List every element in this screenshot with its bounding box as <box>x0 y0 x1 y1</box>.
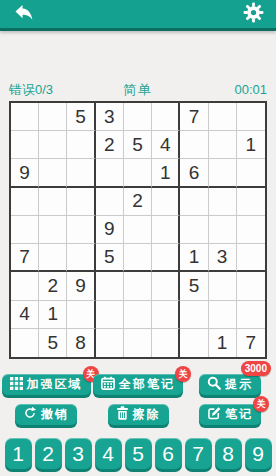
cell-r3c3[interactable] <box>67 159 95 187</box>
cell-r2c1[interactable] <box>11 131 39 159</box>
cell-r5c6[interactable] <box>152 216 180 244</box>
cell-r1c1[interactable] <box>11 103 39 131</box>
back-button[interactable] <box>11 2 35 26</box>
cell-r6c2[interactable] <box>39 244 67 272</box>
cell-r7c6[interactable] <box>152 272 180 300</box>
cell-r3c7[interactable]: 6 <box>180 159 208 187</box>
timer: 00:01 <box>153 82 267 97</box>
cell-r9c3[interactable]: 8 <box>67 329 95 357</box>
cell-r4c3[interactable] <box>67 188 95 216</box>
cell-r9c9[interactable]: 7 <box>237 329 265 357</box>
cell-r1c9[interactable] <box>237 103 265 131</box>
cell-r6c9[interactable] <box>237 244 265 272</box>
cell-r9c1[interactable] <box>11 329 39 357</box>
cell-r5c7[interactable] <box>180 216 208 244</box>
cell-r6c6[interactable] <box>152 244 180 272</box>
trash-icon <box>116 406 129 423</box>
digit-button-9[interactable]: 9 <box>245 438 272 469</box>
cell-r7c4[interactable] <box>96 272 124 300</box>
cell-r6c3[interactable] <box>67 244 95 272</box>
cell-r2c6[interactable]: 4 <box>152 131 180 159</box>
cell-r7c2[interactable]: 2 <box>39 272 67 300</box>
undo-button[interactable]: 撤销 <box>15 404 77 425</box>
cell-r2c4[interactable]: 2 <box>96 131 124 159</box>
status-bar: 错误0/3 简单 00:01 <box>0 81 276 97</box>
cell-r4c9[interactable] <box>237 188 265 216</box>
back-arrow-icon <box>12 2 34 27</box>
cell-r8c8[interactable] <box>209 301 237 329</box>
undo-label: 撤销 <box>41 406 69 423</box>
errors-counter: 错误0/3 <box>9 81 123 99</box>
digit-button-1[interactable]: 1 <box>5 438 32 469</box>
cell-r3c2[interactable] <box>39 159 67 187</box>
cell-r7c3[interactable]: 9 <box>67 272 95 300</box>
sudoku-board: 5372541916297513295415817 <box>9 101 267 359</box>
cell-r7c7[interactable]: 5 <box>180 272 208 300</box>
notes-button[interactable]: 笔记 关 <box>199 404 261 425</box>
cell-r5c8[interactable] <box>209 216 237 244</box>
cell-r7c9[interactable] <box>237 272 265 300</box>
cell-r6c4[interactable]: 5 <box>96 244 124 272</box>
all-notes-label: 全部笔记 <box>119 376 175 393</box>
hint-count-badge: 3000 <box>241 361 271 376</box>
cell-r6c1[interactable]: 7 <box>11 244 39 272</box>
digit-button-6[interactable]: 6 <box>155 438 182 469</box>
cell-r4c2[interactable] <box>39 188 67 216</box>
digit-button-5[interactable]: 5 <box>125 438 152 469</box>
cell-r8c5[interactable] <box>124 301 152 329</box>
cell-r1c8[interactable] <box>209 103 237 131</box>
calendar-icon <box>101 376 115 393</box>
cell-r4c6[interactable] <box>152 188 180 216</box>
difficulty-label: 简单 <box>123 81 153 99</box>
cell-r6c5[interactable] <box>124 244 152 272</box>
cell-r3c1[interactable]: 9 <box>11 159 39 187</box>
cell-r8c6[interactable] <box>152 301 180 329</box>
cell-r9c2[interactable]: 5 <box>39 329 67 357</box>
digit-button-3[interactable]: 3 <box>65 438 92 469</box>
cell-r7c8[interactable] <box>209 272 237 300</box>
number-pad: 1 2 3 4 5 6 7 8 9 <box>0 438 276 469</box>
cell-r2c5[interactable]: 5 <box>124 131 152 159</box>
cell-r5c1[interactable] <box>11 216 39 244</box>
cell-r2c8[interactable] <box>209 131 237 159</box>
all-notes-badge: 关 <box>175 366 191 382</box>
cell-r4c4[interactable] <box>96 188 124 216</box>
cell-r1c2[interactable] <box>39 103 67 131</box>
cell-r5c9[interactable] <box>237 216 265 244</box>
search-icon <box>207 376 221 393</box>
cell-r2c3[interactable] <box>67 131 95 159</box>
cell-r7c5[interactable] <box>124 272 152 300</box>
erase-button[interactable]: 擦除 <box>108 404 169 425</box>
cell-r8c7[interactable] <box>180 301 208 329</box>
digit-button-4[interactable]: 4 <box>95 438 122 469</box>
cell-r1c4[interactable]: 3 <box>96 103 124 131</box>
cell-r4c7[interactable] <box>180 188 208 216</box>
cell-r5c4[interactable]: 9 <box>96 216 124 244</box>
cell-r3c8[interactable] <box>209 159 237 187</box>
cell-r2c7[interactable] <box>180 131 208 159</box>
cell-r1c7[interactable]: 7 <box>180 103 208 131</box>
cell-r9c8[interactable]: 1 <box>209 329 237 357</box>
cell-r8c2[interactable]: 1 <box>39 301 67 329</box>
cell-r1c5[interactable] <box>124 103 152 131</box>
settings-button[interactable] <box>241 2 265 26</box>
edit-icon <box>207 406 221 423</box>
cell-r6c7[interactable]: 1 <box>180 244 208 272</box>
digit-button-7[interactable]: 7 <box>185 438 212 469</box>
top-bar <box>0 0 276 31</box>
undo-icon <box>23 406 37 423</box>
hint-label: 提示 <box>225 376 253 393</box>
cell-r8c3[interactable] <box>67 301 95 329</box>
erase-label: 擦除 <box>133 406 161 423</box>
cell-r5c2[interactable] <box>39 216 67 244</box>
cell-r3c4[interactable] <box>96 159 124 187</box>
cell-r3c6[interactable]: 1 <box>152 159 180 187</box>
cell-r5c3[interactable] <box>67 216 95 244</box>
all-notes-button[interactable]: 全部笔记 关 <box>93 374 183 395</box>
highlight-areas-button[interactable]: 加强区域 关 <box>2 374 91 395</box>
digit-button-2[interactable]: 2 <box>35 438 62 469</box>
cell-r1c3[interactable]: 5 <box>67 103 95 131</box>
cell-r3c5[interactable] <box>124 159 152 187</box>
cell-r8c4[interactable] <box>96 301 124 329</box>
cell-r7c1[interactable] <box>11 272 39 300</box>
highlight-areas-label: 加强区域 <box>27 376 83 393</box>
grid-icon <box>10 377 23 393</box>
cell-r1c6[interactable] <box>152 103 180 131</box>
cell-r8c9[interactable] <box>237 301 265 329</box>
cell-r9c4[interactable] <box>96 329 124 357</box>
cell-r5c5[interactable] <box>124 216 152 244</box>
cell-r3c9[interactable] <box>237 159 265 187</box>
cell-r9c6[interactable] <box>152 329 180 357</box>
cell-r9c5[interactable] <box>124 329 152 357</box>
cell-r4c1[interactable] <box>11 188 39 216</box>
cell-r9c7[interactable] <box>180 329 208 357</box>
hint-button[interactable]: 提示 3000 <box>199 374 261 395</box>
digit-button-8[interactable]: 8 <box>215 438 242 469</box>
cell-r8c1[interactable]: 4 <box>11 301 39 329</box>
toolbar: 加强区域 关 全部笔记 关 <box>0 374 276 425</box>
cell-r2c2[interactable] <box>39 131 67 159</box>
cell-r4c5[interactable]: 2 <box>124 188 152 216</box>
cell-r2c9[interactable]: 1 <box>237 131 265 159</box>
cell-r4c8[interactable] <box>209 188 237 216</box>
cell-r6c8[interactable]: 3 <box>209 244 237 272</box>
gear-icon <box>243 2 264 26</box>
notes-badge: 关 <box>253 396 269 412</box>
notes-label: 笔记 <box>225 406 253 423</box>
